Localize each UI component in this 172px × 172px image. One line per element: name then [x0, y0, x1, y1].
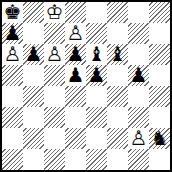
- square-a7[interactable]: ♟: [2, 23, 23, 44]
- square-c4[interactable]: [44, 86, 65, 107]
- piece-white-king: ♔: [44, 2, 65, 23]
- square-g7[interactable]: [128, 23, 149, 44]
- square-e8[interactable]: [86, 2, 107, 23]
- square-h3[interactable]: [149, 107, 170, 128]
- square-f5[interactable]: [107, 65, 128, 86]
- piece-black-pawn: ♟: [128, 65, 149, 86]
- square-f4[interactable]: [107, 86, 128, 107]
- piece-black-pawn: ♟: [65, 44, 86, 65]
- square-h2[interactable]: ♞: [149, 128, 170, 149]
- square-d2[interactable]: [65, 128, 86, 149]
- square-f8[interactable]: [107, 2, 128, 23]
- piece-black-pawn: ♟: [65, 65, 86, 86]
- square-f7[interactable]: [107, 23, 128, 44]
- square-c3[interactable]: [44, 107, 65, 128]
- square-c8[interactable]: ♔: [44, 2, 65, 23]
- piece-black-pawn: ♟: [2, 23, 23, 44]
- square-b4[interactable]: [23, 86, 44, 107]
- square-f6[interactable]: ♝: [107, 44, 128, 65]
- square-g3[interactable]: [128, 107, 149, 128]
- square-b8[interactable]: [23, 2, 44, 23]
- square-h6[interactable]: [149, 44, 170, 65]
- square-a3[interactable]: [2, 107, 23, 128]
- square-b7[interactable]: [23, 23, 44, 44]
- piece-white-pawn: ♙: [2, 44, 23, 65]
- square-b1[interactable]: [23, 149, 44, 170]
- square-d4[interactable]: [65, 86, 86, 107]
- square-d3[interactable]: [65, 107, 86, 128]
- piece-black-knight: ♞: [149, 128, 170, 149]
- square-h7[interactable]: [149, 23, 170, 44]
- piece-black-bishop: ♝: [86, 44, 107, 65]
- square-f1[interactable]: [107, 149, 128, 170]
- square-e5[interactable]: ♟: [86, 65, 107, 86]
- piece-white-pawn: ♙: [44, 44, 65, 65]
- piece-black-pawn: ♟: [86, 65, 107, 86]
- square-d1[interactable]: [65, 149, 86, 170]
- square-g5[interactable]: ♟: [128, 65, 149, 86]
- square-h5[interactable]: [149, 65, 170, 86]
- piece-white-pawn: ♙: [65, 23, 86, 44]
- square-g4[interactable]: [128, 86, 149, 107]
- square-f2[interactable]: [107, 128, 128, 149]
- square-e2[interactable]: [86, 128, 107, 149]
- square-a2[interactable]: [2, 128, 23, 149]
- square-f3[interactable]: [107, 107, 128, 128]
- square-a6[interactable]: ♙: [2, 44, 23, 65]
- chess-board: ♚♔♟♙♙♟♙♟♝♝♟♟♟♙♞: [0, 0, 172, 172]
- square-a5[interactable]: [2, 65, 23, 86]
- square-b6[interactable]: ♟: [23, 44, 44, 65]
- square-e4[interactable]: [86, 86, 107, 107]
- square-h8[interactable]: [149, 2, 170, 23]
- square-c7[interactable]: [44, 23, 65, 44]
- square-h1[interactable]: [149, 149, 170, 170]
- square-c5[interactable]: [44, 65, 65, 86]
- piece-white-pawn: ♙: [128, 128, 149, 149]
- square-a4[interactable]: [2, 86, 23, 107]
- square-g6[interactable]: [128, 44, 149, 65]
- square-a8[interactable]: ♚: [2, 2, 23, 23]
- square-d6[interactable]: ♟: [65, 44, 86, 65]
- square-b5[interactable]: [23, 65, 44, 86]
- piece-black-pawn: ♟: [23, 44, 44, 65]
- square-e3[interactable]: [86, 107, 107, 128]
- square-g2[interactable]: ♙: [128, 128, 149, 149]
- square-e7[interactable]: [86, 23, 107, 44]
- square-c6[interactable]: ♙: [44, 44, 65, 65]
- square-g8[interactable]: [128, 2, 149, 23]
- square-d8[interactable]: [65, 2, 86, 23]
- chess-diagram: ♚♔♟♙♙♟♙♟♝♝♟♟♟♙♞: [0, 0, 172, 172]
- square-g1[interactable]: [128, 149, 149, 170]
- square-b2[interactable]: [23, 128, 44, 149]
- square-h4[interactable]: [149, 86, 170, 107]
- square-b3[interactable]: [23, 107, 44, 128]
- square-c1[interactable]: [44, 149, 65, 170]
- square-d7[interactable]: ♙: [65, 23, 86, 44]
- piece-black-king: ♚: [2, 2, 23, 23]
- square-a1[interactable]: [2, 149, 23, 170]
- square-d5[interactable]: ♟: [65, 65, 86, 86]
- square-c2[interactable]: [44, 128, 65, 149]
- square-e1[interactable]: [86, 149, 107, 170]
- piece-black-bishop: ♝: [107, 44, 128, 65]
- square-e6[interactable]: ♝: [86, 44, 107, 65]
